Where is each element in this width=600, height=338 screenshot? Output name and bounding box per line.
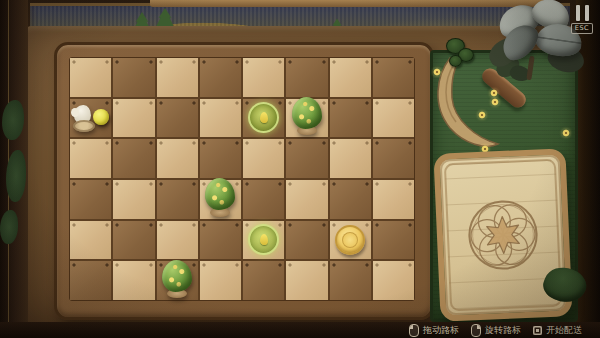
cell-r4c4[interactable] <box>200 180 241 219</box>
hint-label: 旋转路标 <box>485 326 521 335</box>
cell-r5c5[interactable] <box>243 221 284 260</box>
cell-r3c6[interactable] <box>286 139 327 178</box>
waypoint-marker <box>260 234 268 245</box>
cell-r1c7[interactable] <box>330 58 371 97</box>
lily-pad-icon <box>449 55 462 67</box>
cell-r3c1[interactable] <box>70 139 111 178</box>
cell-r3c5[interactable] <box>243 139 284 178</box>
esc-key-label: ESC <box>571 23 593 34</box>
piece-sheep <box>70 99 111 138</box>
cell-r2c2[interactable] <box>113 99 154 138</box>
flower-dot-icon <box>478 111 486 119</box>
cell-r5c6[interactable] <box>286 221 327 260</box>
cell-r3c2[interactable] <box>113 139 154 178</box>
cell-r6c5[interactable] <box>243 261 284 300</box>
hint-start-delivery: 开始配送 <box>533 326 582 335</box>
cell-r6c2[interactable] <box>113 261 154 300</box>
cell-r3c3[interactable] <box>157 139 198 178</box>
cell-r4c2[interactable] <box>113 180 154 219</box>
cell-r6c3[interactable] <box>157 261 198 300</box>
flower-dot-icon <box>491 98 499 106</box>
cell-r4c7[interactable] <box>330 180 371 219</box>
pause-button[interactable]: ESC <box>569 3 595 39</box>
cell-r3c7[interactable] <box>330 139 371 178</box>
fern-leaf-icon <box>2 100 24 140</box>
cell-r2c3[interactable] <box>157 99 198 138</box>
cell-r1c8[interactable] <box>373 58 414 97</box>
cell-r1c2[interactable] <box>113 58 154 97</box>
hint-drag-signpost: 拖动路标 <box>409 324 459 337</box>
pause-icon <box>576 5 589 21</box>
hint-rotate-signpost: 旋转路标 <box>471 324 521 337</box>
cell-r4c5[interactable] <box>243 180 284 219</box>
waypoint-marker <box>260 112 268 123</box>
cell-r2c4[interactable] <box>200 99 241 138</box>
cell-r6c6[interactable] <box>286 261 327 300</box>
bush-foliage <box>162 260 192 292</box>
cell-r2c6[interactable] <box>286 99 327 138</box>
piece-bush <box>200 180 241 219</box>
cell-r1c5[interactable] <box>243 58 284 97</box>
hint-label: 开始配送 <box>546 326 582 335</box>
cell-r5c7[interactable] <box>330 221 371 260</box>
cell-r4c3[interactable] <box>157 180 198 219</box>
cell-r6c4[interactable] <box>200 261 241 300</box>
key-icon <box>533 326 542 335</box>
cell-r5c4[interactable] <box>200 221 241 260</box>
cell-r5c2[interactable] <box>113 221 154 260</box>
piece-bush <box>157 261 198 300</box>
coin-disc <box>335 225 365 255</box>
cell-r4c1[interactable] <box>70 180 111 219</box>
flower-dot-icon <box>433 68 441 76</box>
cell-r2c1[interactable] <box>70 99 111 138</box>
left-wall <box>0 0 28 338</box>
bush-foliage <box>292 97 322 129</box>
piece-waypoint[interactable] <box>243 221 284 260</box>
cell-r2c5[interactable] <box>243 99 284 138</box>
cell-r1c1[interactable] <box>70 58 111 97</box>
cell-r3c8[interactable] <box>373 139 414 178</box>
hint-label: 拖动路标 <box>423 326 459 335</box>
piece-waypoint[interactable] <box>243 99 284 138</box>
waypoint-disc <box>248 224 279 255</box>
fern-leaf-icon <box>0 210 18 244</box>
cell-r2c7[interactable] <box>330 99 371 138</box>
piece-bush <box>286 99 327 138</box>
cell-r3c4[interactable] <box>200 139 241 178</box>
fern-leaf-icon <box>6 150 26 202</box>
bush-foliage <box>205 178 235 210</box>
cell-r5c3[interactable] <box>157 221 198 260</box>
board-grid <box>69 57 415 301</box>
cell-r1c3[interactable] <box>157 58 198 97</box>
mouse-right-icon <box>471 324 481 337</box>
cell-r4c8[interactable] <box>373 180 414 219</box>
cell-r4c6[interactable] <box>286 180 327 219</box>
cell-r5c8[interactable] <box>373 221 414 260</box>
game-scene: ESC 拖动路标 旋转路标 开始配送 <box>0 0 600 338</box>
cell-r6c8[interactable] <box>373 261 414 300</box>
flower-dot-icon <box>562 129 570 137</box>
board-frame <box>54 42 434 320</box>
mouse-left-icon <box>409 324 419 337</box>
flower-dot-icon <box>490 89 498 97</box>
cell-r2c8[interactable] <box>373 99 414 138</box>
cell-r1c4[interactable] <box>200 58 241 97</box>
top-wood-plank <box>150 0 550 7</box>
sheep-creature <box>74 105 91 124</box>
hint-bar: 拖动路标 旋转路标 开始配送 <box>0 322 600 338</box>
cell-r6c1[interactable] <box>70 261 111 300</box>
rosette-emblem-icon <box>461 193 544 276</box>
cell-r1c6[interactable] <box>286 58 327 97</box>
coin-face <box>342 232 358 248</box>
yarn-ball <box>93 109 109 125</box>
cell-r5c1[interactable] <box>70 221 111 260</box>
waypoint-disc <box>248 102 279 133</box>
piece-coin <box>330 221 371 260</box>
cell-r6c7[interactable] <box>330 261 371 300</box>
